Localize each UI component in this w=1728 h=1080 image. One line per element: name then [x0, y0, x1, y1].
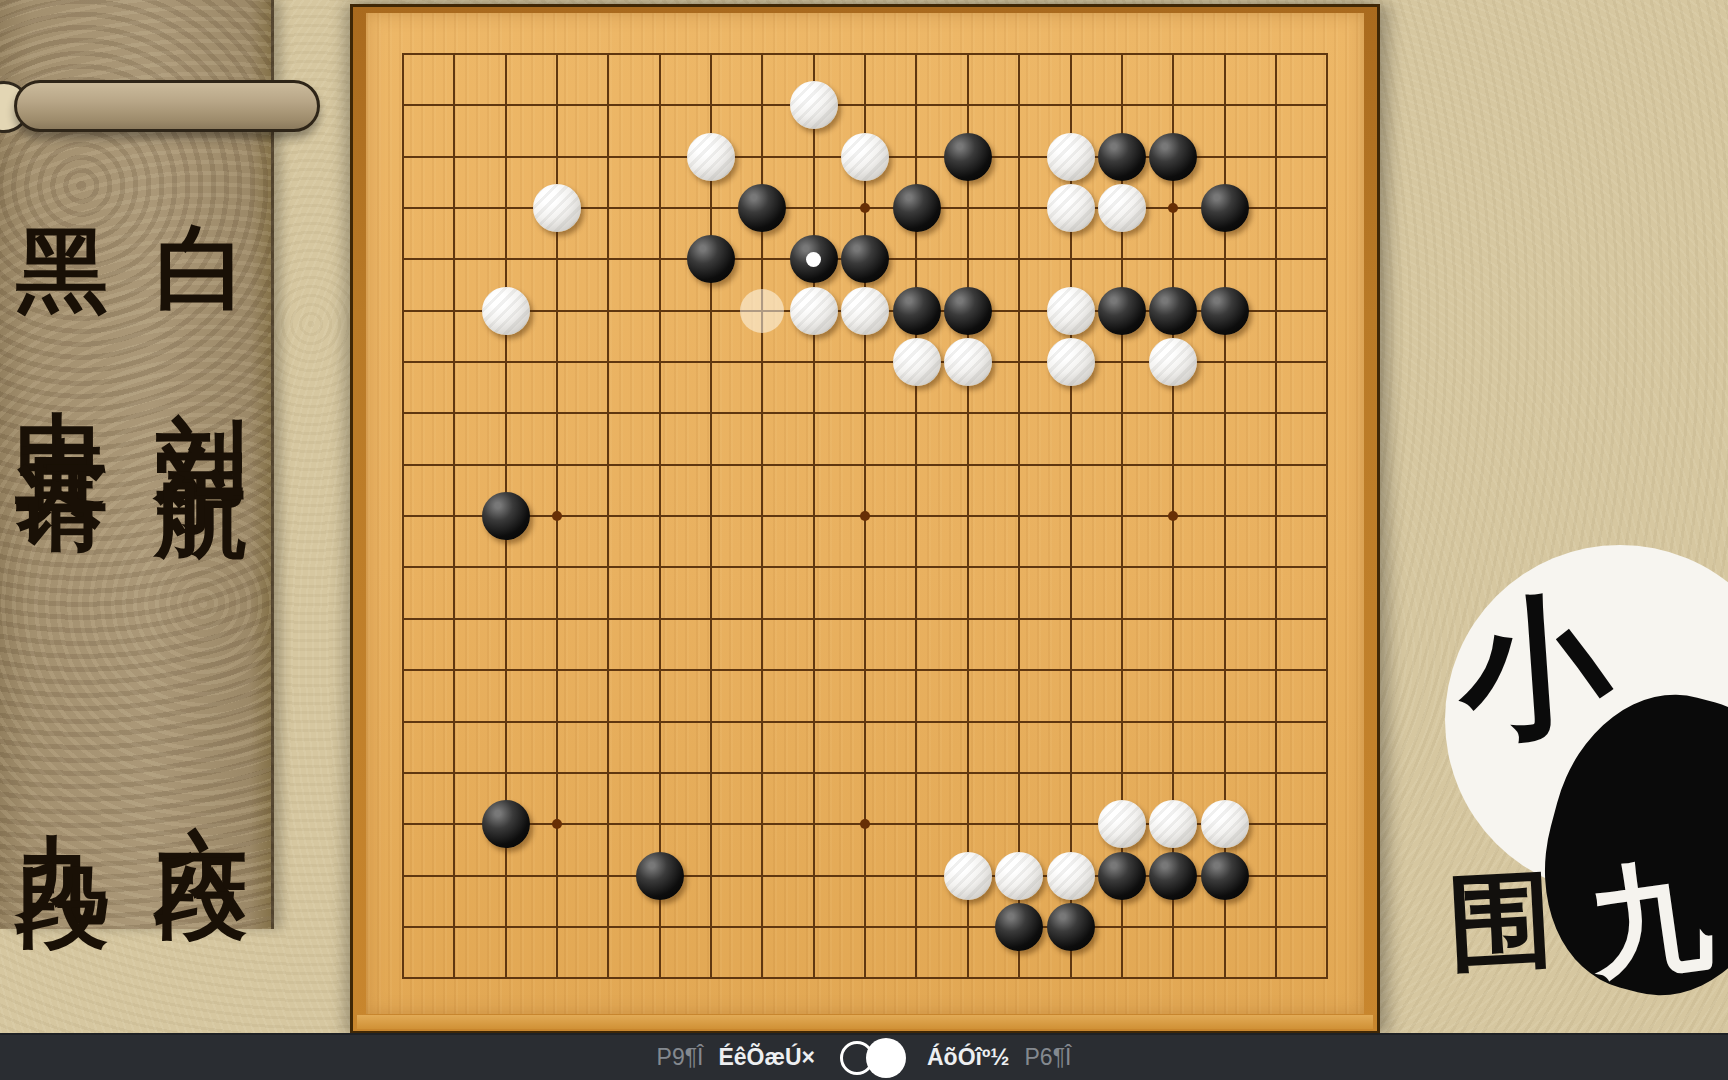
- white-stone: [1098, 184, 1146, 232]
- black-stone: [636, 852, 684, 900]
- black-rank-text: P9¶Î: [657, 1044, 704, 1071]
- turn-stones-icon[interactable]: [836, 1037, 906, 1079]
- white-rank-text: P6¶Î: [1025, 1044, 1072, 1071]
- star-point: [1168, 203, 1178, 213]
- black-name-text: ÉêÕæÚ×: [718, 1044, 815, 1071]
- board-grid[interactable]: [402, 53, 1328, 979]
- star-point: [1168, 511, 1178, 521]
- black-stone: [482, 492, 530, 540]
- black-stone: [1098, 852, 1146, 900]
- white-stone: [482, 287, 530, 335]
- black-player-rank: 九段: [13, 758, 109, 812]
- white-stone: [1047, 338, 1095, 386]
- white-stone: [790, 287, 838, 335]
- white-stone: [944, 852, 992, 900]
- white-stone: [687, 133, 735, 181]
- white-stone: [995, 852, 1043, 900]
- star-point: [552, 819, 562, 829]
- black-stone: [687, 235, 735, 283]
- white-player-label: 白: [152, 150, 248, 177]
- black-stone: [893, 287, 941, 335]
- goban-bevel-edge: [357, 1015, 1373, 1029]
- scroll-roller-icon: [14, 80, 320, 132]
- star-point: [552, 511, 562, 521]
- black-stone: [944, 287, 992, 335]
- black-stone: [893, 184, 941, 232]
- white-stone: [1149, 800, 1197, 848]
- black-stone: [1047, 903, 1095, 951]
- status-bar: P9¶Î ÉêÕæÚ× ÁõÓîº½ P6¶Î: [0, 1033, 1728, 1080]
- white-name-text: ÁõÓîº½: [927, 1044, 1010, 1071]
- white-stone: [893, 338, 941, 386]
- white-stone: [841, 133, 889, 181]
- black-player-name: 申真谞: [13, 335, 109, 416]
- white-stone: [841, 287, 889, 335]
- star-point: [860, 203, 870, 213]
- white-stone-dot-icon: [866, 1038, 906, 1078]
- white-stone: [1047, 852, 1095, 900]
- black-player-label: 黑: [13, 156, 109, 183]
- go-game-screen: { "game": "go", "board": { "size": 19, "…: [0, 0, 1728, 1080]
- logo-char-jiu: 九: [1579, 832, 1721, 1010]
- logo-char-xiao: 小: [1453, 565, 1617, 777]
- black-stone: [1149, 852, 1197, 900]
- black-stone: [1149, 133, 1197, 181]
- black-stone: [995, 903, 1043, 951]
- white-stone: [790, 81, 838, 129]
- white-stone: [1047, 184, 1095, 232]
- black-stone: [1098, 287, 1146, 335]
- star-point: [860, 511, 870, 521]
- star-point: [860, 819, 870, 829]
- white-stone: [533, 184, 581, 232]
- white-player-name: 刘宇航: [152, 336, 248, 417]
- black-stone: [1201, 852, 1249, 900]
- black-stone: [738, 184, 786, 232]
- black-stone: [1201, 184, 1249, 232]
- logo-char-wei: 围: [1444, 849, 1556, 995]
- black-stone: [841, 235, 889, 283]
- black-stone: [1149, 287, 1197, 335]
- black-stone: [1201, 287, 1249, 335]
- black-stone: [1098, 133, 1146, 181]
- white-stone: [1201, 800, 1249, 848]
- black-stone: [482, 800, 530, 848]
- ghost-stone-preview: [740, 289, 784, 333]
- app-logo: 小 九 围: [1400, 540, 1728, 1000]
- white-stone: [1047, 287, 1095, 335]
- white-stone: [1149, 338, 1197, 386]
- black-stone: [944, 133, 992, 181]
- white-stone: [944, 338, 992, 386]
- white-player-rank: 六段: [152, 749, 248, 803]
- white-stone: [1098, 800, 1146, 848]
- white-stone: [1047, 133, 1095, 181]
